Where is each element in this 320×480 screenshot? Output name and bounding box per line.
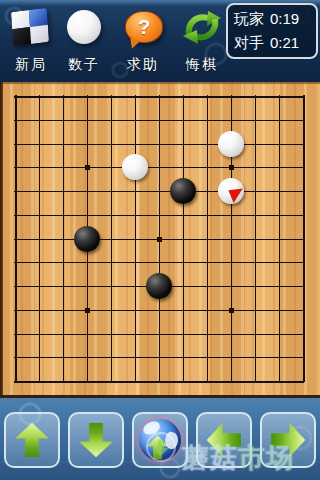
white-stone: [218, 178, 244, 204]
opponent-timer: 对手0:21: [234, 34, 310, 53]
network-share-button[interactable]: [132, 412, 188, 468]
top-toolbar: 新局 数子 ? 求助: [0, 0, 320, 82]
star-point: [229, 165, 234, 170]
new-game-label: 新局: [2, 56, 60, 74]
opponent-timer-value: 0:21: [270, 34, 299, 51]
help-label: 求助: [116, 56, 170, 74]
star-point: [85, 165, 90, 170]
grid-line-v: [279, 95, 280, 382]
help-button[interactable]: ? 求助: [116, 4, 170, 76]
previous-move-button[interactable]: [196, 412, 252, 468]
first-move-button[interactable]: [4, 412, 60, 468]
green-down-arrow-icon: [78, 422, 114, 458]
grid-line-h: [14, 310, 304, 311]
grid-line-v: [255, 95, 256, 382]
grid-line-h: [14, 357, 304, 358]
black-stone: [74, 226, 100, 252]
bottom-toolbar: [0, 398, 320, 480]
white-stone: [122, 154, 148, 180]
star-point: [157, 237, 162, 242]
star-point: [85, 308, 90, 313]
grid-line-h: [14, 262, 304, 263]
go-app-screen: 新局 数子 ? 求助: [0, 0, 320, 480]
count-stones-button[interactable]: 数子: [58, 4, 110, 76]
opponent-timer-label: 对手: [234, 34, 264, 51]
count-stones-label: 数子: [58, 56, 110, 74]
player-timer-value: 0:19: [270, 10, 299, 27]
green-up-arrow-icon: [14, 422, 50, 458]
undo-button[interactable]: 悔棋: [174, 4, 230, 76]
last-move-button[interactable]: [68, 412, 124, 468]
go-board[interactable]: [0, 82, 320, 398]
grid-line-v: [183, 95, 184, 382]
undo-label: 悔棋: [174, 56, 230, 74]
player-timer-label: 玩家: [234, 10, 264, 27]
new-game-checkered-icon: [11, 8, 49, 46]
white-stone-icon: [67, 10, 101, 44]
grid-line-v: [207, 95, 208, 382]
undo-recycle-arrows-icon: [182, 9, 222, 45]
star-point: [229, 308, 234, 313]
next-move-button[interactable]: [260, 412, 316, 468]
globe-icon: [139, 419, 181, 461]
go-board-grid[interactable]: [0, 82, 320, 398]
black-stone: [170, 178, 196, 204]
last-move-marker-icon: [218, 178, 244, 204]
green-left-arrow-icon: [206, 422, 242, 458]
help-question-bubble-icon: ?: [125, 11, 163, 43]
new-game-button[interactable]: 新局: [2, 4, 60, 76]
timer-panel: 玩家0:19 对手0:21: [226, 3, 318, 59]
white-stone: [218, 131, 244, 157]
black-stone: [146, 273, 172, 299]
grid-line-h: [14, 334, 304, 335]
green-right-arrow-icon: [270, 422, 306, 458]
grid-line-h: [14, 381, 304, 383]
player-timer: 玩家0:19: [234, 10, 310, 29]
globe-up-arrow-icon: [146, 435, 169, 460]
grid-line-v: [303, 95, 305, 382]
